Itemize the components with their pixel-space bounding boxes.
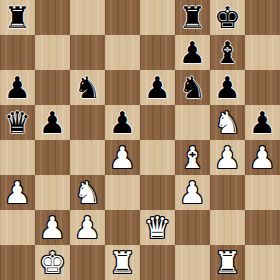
square-a2[interactable] [0,210,35,245]
square-b8[interactable] [35,0,70,35]
square-g1[interactable]: ♜ [210,245,245,280]
square-h7[interactable] [245,35,280,70]
square-d2[interactable] [105,210,140,245]
piece-black-pawn[interactable]: ♟ [144,70,171,105]
piece-white-king[interactable]: ♚ [39,245,66,280]
square-f6[interactable]: ♞ [175,70,210,105]
piece-black-bishop[interactable]: ♝ [214,35,241,70]
piece-white-pawn[interactable]: ♟ [109,140,136,175]
square-c4[interactable] [70,140,105,175]
square-h3[interactable] [245,175,280,210]
square-g2[interactable] [210,210,245,245]
chess-board: ♜♜♚♟♝♟♞♟♞♟♛♟♟♞♟♟♝♟♟♟♞♟♟♟♛♚♜♜ [0,0,280,280]
piece-black-rook[interactable]: ♜ [4,0,31,35]
square-e5[interactable] [140,105,175,140]
piece-white-pawn[interactable]: ♟ [249,140,276,175]
piece-white-pawn[interactable]: ♟ [214,140,241,175]
square-a4[interactable] [0,140,35,175]
piece-black-rook[interactable]: ♜ [179,0,206,35]
square-h6[interactable] [245,70,280,105]
square-a7[interactable] [0,35,35,70]
piece-black-pawn[interactable]: ♟ [4,70,31,105]
square-h8[interactable] [245,0,280,35]
square-d3[interactable] [105,175,140,210]
square-h5[interactable]: ♟ [245,105,280,140]
square-d1[interactable]: ♜ [105,245,140,280]
square-a3[interactable]: ♟ [0,175,35,210]
piece-white-knight[interactable]: ♞ [74,175,101,210]
piece-black-knight[interactable]: ♞ [74,70,101,105]
piece-white-rook[interactable]: ♜ [214,245,241,280]
square-c7[interactable] [70,35,105,70]
square-f4[interactable]: ♝ [175,140,210,175]
square-e3[interactable] [140,175,175,210]
square-e2[interactable]: ♛ [140,210,175,245]
square-f3[interactable]: ♟ [175,175,210,210]
square-b7[interactable] [35,35,70,70]
square-e8[interactable] [140,0,175,35]
square-c8[interactable] [70,0,105,35]
square-g7[interactable]: ♝ [210,35,245,70]
square-h2[interactable] [245,210,280,245]
square-d8[interactable] [105,0,140,35]
square-c6[interactable]: ♞ [70,70,105,105]
square-e4[interactable] [140,140,175,175]
square-h4[interactable]: ♟ [245,140,280,175]
square-b6[interactable] [35,70,70,105]
square-c3[interactable]: ♞ [70,175,105,210]
square-f7[interactable]: ♟ [175,35,210,70]
square-g5[interactable]: ♞ [210,105,245,140]
square-d5[interactable]: ♟ [105,105,140,140]
square-d6[interactable] [105,70,140,105]
square-a1[interactable] [0,245,35,280]
square-b5[interactable]: ♟ [35,105,70,140]
square-b3[interactable] [35,175,70,210]
square-e1[interactable] [140,245,175,280]
square-d7[interactable] [105,35,140,70]
square-c5[interactable] [70,105,105,140]
piece-black-king[interactable]: ♚ [214,0,241,35]
piece-black-pawn[interactable]: ♟ [214,70,241,105]
square-g8[interactable]: ♚ [210,0,245,35]
square-c2[interactable]: ♟ [70,210,105,245]
piece-black-pawn[interactable]: ♟ [109,105,136,140]
square-f1[interactable] [175,245,210,280]
square-f5[interactable] [175,105,210,140]
square-f2[interactable] [175,210,210,245]
square-b4[interactable] [35,140,70,175]
square-c1[interactable] [70,245,105,280]
square-a8[interactable]: ♜ [0,0,35,35]
piece-white-bishop[interactable]: ♝ [179,140,206,175]
piece-white-pawn[interactable]: ♟ [4,175,31,210]
piece-white-pawn[interactable]: ♟ [39,210,66,245]
square-g6[interactable]: ♟ [210,70,245,105]
square-b1[interactable]: ♚ [35,245,70,280]
square-f8[interactable]: ♜ [175,0,210,35]
square-e6[interactable]: ♟ [140,70,175,105]
piece-black-pawn[interactable]: ♟ [39,105,66,140]
square-a6[interactable]: ♟ [0,70,35,105]
square-g3[interactable] [210,175,245,210]
square-d4[interactable]: ♟ [105,140,140,175]
piece-white-knight[interactable]: ♞ [214,105,241,140]
piece-white-pawn[interactable]: ♟ [179,175,206,210]
square-h1[interactable] [245,245,280,280]
piece-white-pawn[interactable]: ♟ [74,210,101,245]
piece-black-pawn[interactable]: ♟ [179,35,206,70]
piece-black-queen[interactable]: ♛ [4,105,31,140]
square-a5[interactable]: ♛ [0,105,35,140]
square-g4[interactable]: ♟ [210,140,245,175]
piece-black-knight[interactable]: ♞ [179,70,206,105]
square-b2[interactable]: ♟ [35,210,70,245]
square-e7[interactable] [140,35,175,70]
piece-black-pawn[interactable]: ♟ [249,105,276,140]
piece-white-queen[interactable]: ♛ [144,210,171,245]
piece-white-rook[interactable]: ♜ [109,245,136,280]
